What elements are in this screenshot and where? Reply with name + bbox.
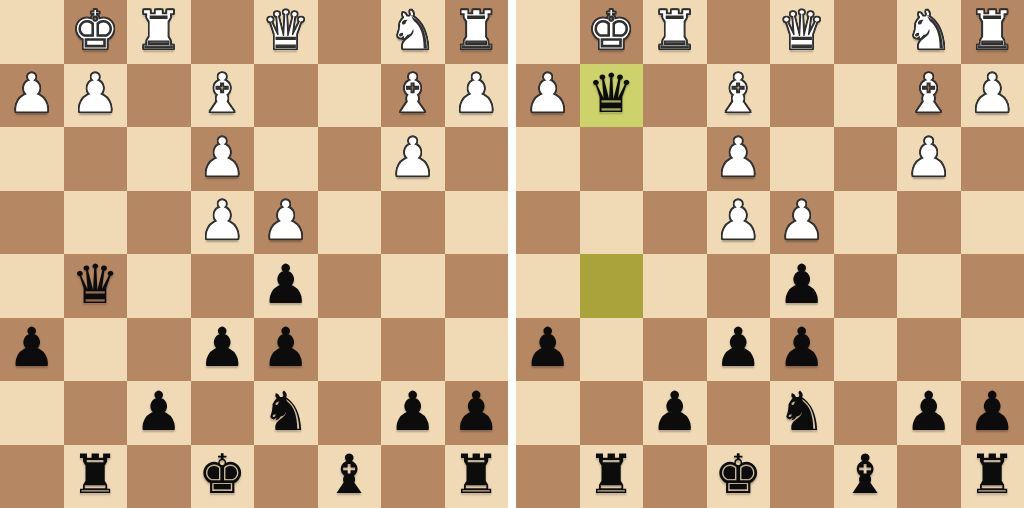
piece-white-rook: ♜ (968, 4, 1016, 58)
square-b6[interactable] (381, 318, 445, 382)
square-b1[interactable]: ♞ (381, 0, 445, 64)
square-c3[interactable] (834, 127, 898, 191)
square-d5[interactable]: ♟ (770, 254, 834, 318)
square-b8[interactable] (897, 445, 961, 508)
square-g5[interactable]: ♛ (64, 254, 128, 318)
square-d3[interactable] (254, 127, 318, 191)
square-e5[interactable] (707, 254, 771, 318)
square-b7[interactable]: ♟ (897, 381, 961, 445)
square-e8[interactable]: ♚ (191, 445, 255, 508)
square-g1[interactable]: ♚ (580, 0, 644, 64)
square-b5[interactable] (381, 254, 445, 318)
piece-white-queen: ♛ (262, 4, 310, 58)
square-f4[interactable] (127, 191, 191, 255)
square-f5[interactable] (127, 254, 191, 318)
square-e4[interactable]: ♟ (707, 191, 771, 255)
piece-white-knight: ♞ (905, 4, 953, 58)
square-h8[interactable] (516, 445, 580, 508)
square-c3[interactable] (318, 127, 382, 191)
square-h6[interactable]: ♟ (516, 318, 580, 382)
square-d1[interactable]: ♛ (254, 0, 318, 64)
square-e7[interactable] (707, 381, 771, 445)
square-c8[interactable]: ♝ (834, 445, 898, 508)
square-c2[interactable] (318, 64, 382, 128)
square-a8[interactable]: ♜ (961, 445, 1024, 508)
piece-black-pawn: ♟ (524, 321, 572, 375)
piece-white-bishop: ♝ (198, 67, 246, 121)
piece-black-pawn: ♟ (198, 321, 246, 375)
square-b7[interactable]: ♟ (381, 381, 445, 445)
square-h3[interactable] (0, 127, 64, 191)
square-g3[interactable] (580, 127, 644, 191)
piece-white-rook: ♜ (135, 4, 183, 58)
square-c8[interactable]: ♝ (318, 445, 382, 508)
square-d8[interactable] (770, 445, 834, 508)
square-c2[interactable] (834, 64, 898, 128)
square-f4[interactable] (643, 191, 707, 255)
square-a1[interactable]: ♜ (445, 0, 509, 64)
piece-white-pawn: ♟ (262, 194, 310, 248)
square-h3[interactable] (516, 127, 580, 191)
square-e7[interactable] (191, 381, 255, 445)
square-f6[interactable] (643, 318, 707, 382)
piece-black-pawn: ♟ (778, 258, 826, 312)
square-f8[interactable] (127, 445, 191, 508)
square-h5[interactable] (0, 254, 64, 318)
square-d4[interactable]: ♟ (254, 191, 318, 255)
piece-white-knight: ♞ (389, 4, 437, 58)
square-c6[interactable] (834, 318, 898, 382)
square-e3[interactable]: ♟ (191, 127, 255, 191)
square-g4[interactable] (64, 191, 128, 255)
square-f8[interactable] (643, 445, 707, 508)
square-a8[interactable]: ♜ (445, 445, 509, 508)
square-c5[interactable] (318, 254, 382, 318)
square-d5[interactable]: ♟ (254, 254, 318, 318)
piece-white-king: ♚ (71, 4, 119, 58)
square-d1[interactable]: ♛ (770, 0, 834, 64)
piece-white-queen: ♛ (778, 4, 826, 58)
square-b2[interactable]: ♝ (381, 64, 445, 128)
square-b1[interactable]: ♞ (897, 0, 961, 64)
piece-white-pawn: ♟ (71, 67, 119, 121)
piece-black-bishop: ♝ (841, 448, 889, 502)
square-d8[interactable] (254, 445, 318, 508)
piece-black-queen: ♛ (587, 67, 635, 121)
square-a4[interactable] (445, 191, 509, 255)
square-g3[interactable] (64, 127, 128, 191)
square-e3[interactable]: ♟ (707, 127, 771, 191)
piece-white-pawn: ♟ (905, 131, 953, 185)
square-h7[interactable] (0, 381, 64, 445)
square-b8[interactable] (381, 445, 445, 508)
square-g2[interactable]: ♟ (64, 64, 128, 128)
piece-black-pawn: ♟ (905, 385, 953, 439)
square-a7[interactable]: ♟ (445, 381, 509, 445)
square-f7[interactable]: ♟ (127, 381, 191, 445)
piece-black-pawn: ♟ (135, 385, 183, 439)
piece-black-queen: ♛ (71, 258, 119, 312)
square-h4[interactable] (516, 191, 580, 255)
piece-white-bishop: ♝ (905, 67, 953, 121)
square-g6[interactable] (64, 318, 128, 382)
piece-black-knight: ♞ (262, 385, 310, 439)
square-g1[interactable]: ♚ (64, 0, 128, 64)
square-h1[interactable] (516, 0, 580, 64)
piece-white-rook: ♜ (651, 4, 699, 58)
piece-black-pawn: ♟ (389, 385, 437, 439)
square-b4[interactable] (381, 191, 445, 255)
piece-white-pawn: ♟ (968, 67, 1016, 121)
right-board: ♚♜♛♞♜♟♛♝♝♟♟♟♟♟♟♟♟♟♟♞♟♟♜♚♝♜ (516, 0, 1024, 508)
square-a3[interactable] (445, 127, 509, 191)
square-g4[interactable] (580, 191, 644, 255)
piece-black-pawn: ♟ (778, 321, 826, 375)
piece-black-pawn: ♟ (452, 385, 500, 439)
square-f1[interactable]: ♜ (643, 0, 707, 64)
square-a6[interactable] (961, 318, 1024, 382)
piece-white-pawn: ♟ (714, 194, 762, 248)
square-a3[interactable] (961, 127, 1024, 191)
piece-black-bishop: ♝ (325, 448, 373, 502)
piece-black-pawn: ♟ (651, 385, 699, 439)
piece-white-king: ♚ (587, 4, 635, 58)
square-d2[interactable] (254, 64, 318, 128)
square-h5[interactable] (516, 254, 580, 318)
square-h6[interactable]: ♟ (0, 318, 64, 382)
square-e4[interactable]: ♟ (191, 191, 255, 255)
square-a5[interactable] (445, 254, 509, 318)
piece-white-bishop: ♝ (389, 67, 437, 121)
piece-white-pawn: ♟ (524, 67, 572, 121)
square-b3[interactable]: ♟ (381, 127, 445, 191)
square-g5[interactable] (580, 254, 644, 318)
square-f6[interactable] (127, 318, 191, 382)
piece-black-rook: ♜ (452, 448, 500, 502)
square-c1[interactable] (834, 0, 898, 64)
piece-black-rook: ♜ (587, 448, 635, 502)
square-e6[interactable]: ♟ (707, 318, 771, 382)
piece-white-pawn: ♟ (198, 131, 246, 185)
square-c5[interactable] (834, 254, 898, 318)
square-f7[interactable]: ♟ (643, 381, 707, 445)
square-h4[interactable] (0, 191, 64, 255)
square-g6[interactable] (580, 318, 644, 382)
square-d7[interactable]: ♞ (254, 381, 318, 445)
square-f2[interactable] (127, 64, 191, 128)
square-b6[interactable] (897, 318, 961, 382)
piece-black-pawn: ♟ (714, 321, 762, 375)
square-a5[interactable] (961, 254, 1024, 318)
square-c4[interactable] (834, 191, 898, 255)
piece-white-pawn: ♟ (452, 67, 500, 121)
piece-black-king: ♚ (198, 448, 246, 502)
square-g2[interactable]: ♛ (580, 64, 644, 128)
square-g7[interactable] (580, 381, 644, 445)
square-e1[interactable] (707, 0, 771, 64)
piece-black-king: ♚ (714, 448, 762, 502)
square-f5[interactable] (643, 254, 707, 318)
square-c7[interactable] (318, 381, 382, 445)
square-h1[interactable] (0, 0, 64, 64)
square-d6[interactable]: ♟ (254, 318, 318, 382)
square-b5[interactable] (897, 254, 961, 318)
piece-black-rook: ♜ (968, 448, 1016, 502)
square-h8[interactable] (0, 445, 64, 508)
square-c6[interactable] (318, 318, 382, 382)
piece-black-pawn: ♟ (262, 321, 310, 375)
piece-white-pawn: ♟ (389, 131, 437, 185)
piece-white-pawn: ♟ (8, 67, 56, 121)
square-d3[interactable] (770, 127, 834, 191)
square-f2[interactable] (643, 64, 707, 128)
piece-white-pawn: ♟ (714, 131, 762, 185)
square-h2[interactable]: ♟ (516, 64, 580, 128)
square-a2[interactable]: ♟ (961, 64, 1024, 128)
square-b3[interactable]: ♟ (897, 127, 961, 191)
square-f3[interactable] (127, 127, 191, 191)
piece-black-pawn: ♟ (968, 385, 1016, 439)
square-d4[interactable]: ♟ (770, 191, 834, 255)
square-e2[interactable]: ♝ (191, 64, 255, 128)
square-e8[interactable]: ♚ (707, 445, 771, 508)
piece-white-pawn: ♟ (198, 194, 246, 248)
square-g7[interactable] (64, 381, 128, 445)
piece-white-bishop: ♝ (714, 67, 762, 121)
square-g8[interactable]: ♜ (580, 445, 644, 508)
square-e6[interactable]: ♟ (191, 318, 255, 382)
square-b2[interactable]: ♝ (897, 64, 961, 128)
square-b4[interactable] (897, 191, 961, 255)
square-c7[interactable] (834, 381, 898, 445)
square-d7[interactable]: ♞ (770, 381, 834, 445)
piece-black-pawn: ♟ (262, 258, 310, 312)
square-c4[interactable] (318, 191, 382, 255)
square-a1[interactable]: ♜ (961, 0, 1024, 64)
piece-black-knight: ♞ (778, 385, 826, 439)
piece-white-rook: ♜ (452, 4, 500, 58)
square-f1[interactable]: ♜ (127, 0, 191, 64)
left-board: ♚♜♛♞♜♟♟♝♝♟♟♟♟♟♛♟♟♟♟♟♞♟♟♜♚♝♜ (0, 0, 508, 508)
square-a4[interactable] (961, 191, 1024, 255)
piece-white-pawn: ♟ (778, 194, 826, 248)
square-h7[interactable] (516, 381, 580, 445)
square-g8[interactable]: ♜ (64, 445, 128, 508)
piece-black-rook: ♜ (71, 448, 119, 502)
square-d6[interactable]: ♟ (770, 318, 834, 382)
square-e5[interactable] (191, 254, 255, 318)
square-a2[interactable]: ♟ (445, 64, 509, 128)
square-f3[interactable] (643, 127, 707, 191)
square-a7[interactable]: ♟ (961, 381, 1024, 445)
square-e1[interactable] (191, 0, 255, 64)
piece-black-pawn: ♟ (8, 321, 56, 375)
square-e2[interactable]: ♝ (707, 64, 771, 128)
square-a6[interactable] (445, 318, 509, 382)
square-c1[interactable] (318, 0, 382, 64)
square-h2[interactable]: ♟ (0, 64, 64, 128)
square-d2[interactable] (770, 64, 834, 128)
